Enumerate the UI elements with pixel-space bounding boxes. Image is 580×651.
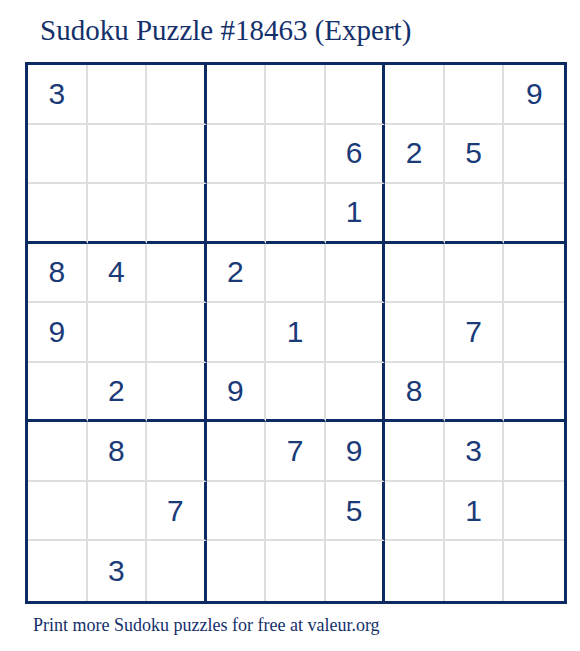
cell-r6c5[interactable]: [266, 363, 326, 423]
cell-r3c5[interactable]: [266, 184, 326, 244]
cell-r1c6[interactable]: [326, 65, 386, 125]
cell-r2c1[interactable]: [28, 125, 88, 185]
cell-r5c1: 9: [28, 303, 88, 363]
cell-r6c6[interactable]: [326, 363, 386, 423]
footer-note: Print more Sudoku puzzles for free at va…: [33, 615, 380, 636]
cell-r1c2[interactable]: [88, 65, 148, 125]
cell-r1c1: 3: [28, 65, 88, 125]
cell-r8c9[interactable]: [504, 482, 564, 542]
cell-r8c8: 1: [445, 482, 505, 542]
cell-r3c8[interactable]: [445, 184, 505, 244]
cell-r7c6: 9: [326, 422, 386, 482]
cell-r8c7[interactable]: [385, 482, 445, 542]
cell-r6c3[interactable]: [147, 363, 207, 423]
cell-r4c3[interactable]: [147, 244, 207, 304]
cell-r2c8: 5: [445, 125, 505, 185]
cell-r9c2: 3: [88, 541, 148, 601]
cell-r6c4: 9: [207, 363, 267, 423]
cell-r3c9[interactable]: [504, 184, 564, 244]
cell-r7c3[interactable]: [147, 422, 207, 482]
sudoku-board: 39625184291729887937513: [25, 62, 567, 604]
cell-r5c4[interactable]: [207, 303, 267, 363]
cell-r7c1[interactable]: [28, 422, 88, 482]
cell-r7c5: 7: [266, 422, 326, 482]
cell-r1c4[interactable]: [207, 65, 267, 125]
cell-r3c4[interactable]: [207, 184, 267, 244]
cell-r5c6[interactable]: [326, 303, 386, 363]
cell-r5c5: 1: [266, 303, 326, 363]
cell-r2c7: 2: [385, 125, 445, 185]
cell-r9c6[interactable]: [326, 541, 386, 601]
cell-r9c1[interactable]: [28, 541, 88, 601]
cell-r9c7[interactable]: [385, 541, 445, 601]
cell-r5c9[interactable]: [504, 303, 564, 363]
cell-r7c8: 3: [445, 422, 505, 482]
cell-r7c2: 8: [88, 422, 148, 482]
cell-r8c3: 7: [147, 482, 207, 542]
cell-r9c4[interactable]: [207, 541, 267, 601]
cell-r4c6[interactable]: [326, 244, 386, 304]
cell-r3c2[interactable]: [88, 184, 148, 244]
cell-r7c7[interactable]: [385, 422, 445, 482]
cell-r1c3[interactable]: [147, 65, 207, 125]
cell-r8c2[interactable]: [88, 482, 148, 542]
cell-r3c7[interactable]: [385, 184, 445, 244]
cell-r9c5[interactable]: [266, 541, 326, 601]
cell-r6c8[interactable]: [445, 363, 505, 423]
cell-r9c3[interactable]: [147, 541, 207, 601]
cell-r8c5[interactable]: [266, 482, 326, 542]
cell-r6c9[interactable]: [504, 363, 564, 423]
cell-r1c5[interactable]: [266, 65, 326, 125]
cell-r3c3[interactable]: [147, 184, 207, 244]
cell-r5c2[interactable]: [88, 303, 148, 363]
cell-r1c8[interactable]: [445, 65, 505, 125]
cell-r9c9[interactable]: [504, 541, 564, 601]
cell-r2c3[interactable]: [147, 125, 207, 185]
cell-r4c5[interactable]: [266, 244, 326, 304]
cell-r4c8[interactable]: [445, 244, 505, 304]
cell-r7c9[interactable]: [504, 422, 564, 482]
cell-r2c9[interactable]: [504, 125, 564, 185]
cell-r7c4[interactable]: [207, 422, 267, 482]
cell-r2c2[interactable]: [88, 125, 148, 185]
cell-r2c4[interactable]: [207, 125, 267, 185]
cell-r4c9[interactable]: [504, 244, 564, 304]
cell-r8c6: 5: [326, 482, 386, 542]
cell-r3c6: 1: [326, 184, 386, 244]
cell-r9c8[interactable]: [445, 541, 505, 601]
cell-r1c7[interactable]: [385, 65, 445, 125]
cell-r5c8: 7: [445, 303, 505, 363]
cell-r6c7: 8: [385, 363, 445, 423]
cell-r6c2: 2: [88, 363, 148, 423]
cell-r4c4: 2: [207, 244, 267, 304]
cell-r4c7[interactable]: [385, 244, 445, 304]
cell-r6c1[interactable]: [28, 363, 88, 423]
cell-r3c1[interactable]: [28, 184, 88, 244]
cell-r1c9: 9: [504, 65, 564, 125]
cell-r8c4[interactable]: [207, 482, 267, 542]
cell-r4c2: 4: [88, 244, 148, 304]
cell-r8c1[interactable]: [28, 482, 88, 542]
cell-r2c6: 6: [326, 125, 386, 185]
page-title: Sudoku Puzzle #18463 (Expert): [40, 14, 411, 47]
cell-r5c7[interactable]: [385, 303, 445, 363]
cell-r5c3[interactable]: [147, 303, 207, 363]
cell-r4c1: 8: [28, 244, 88, 304]
cell-r2c5[interactable]: [266, 125, 326, 185]
